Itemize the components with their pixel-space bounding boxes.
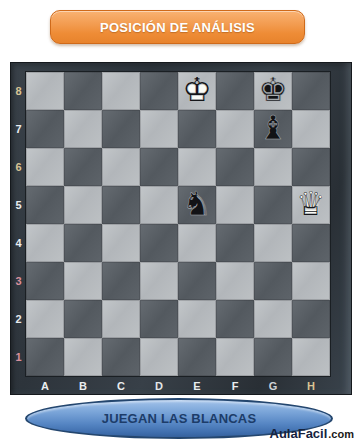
square-d5[interactable] bbox=[140, 186, 178, 224]
square-h3[interactable] bbox=[292, 262, 330, 300]
square-a1[interactable] bbox=[26, 338, 64, 376]
square-a5[interactable] bbox=[26, 186, 64, 224]
file-labels: ABCDEFGH bbox=[26, 376, 330, 396]
analysis-position-banner: POSICIÓN DE ANÁLISIS bbox=[50, 10, 305, 44]
square-e1[interactable] bbox=[178, 338, 216, 376]
square-g6[interactable] bbox=[254, 148, 292, 186]
square-b2[interactable] bbox=[64, 300, 102, 338]
brand-suffix: .com bbox=[328, 428, 354, 440]
square-e2[interactable] bbox=[178, 300, 216, 338]
square-e6[interactable] bbox=[178, 148, 216, 186]
brand-text: AulaFacil bbox=[270, 426, 328, 441]
square-b8[interactable] bbox=[64, 72, 102, 110]
rank-label-7: 7 bbox=[11, 110, 26, 148]
rank-labels: 87654321 bbox=[11, 72, 26, 376]
file-label-f: F bbox=[216, 376, 254, 396]
square-a7[interactable] bbox=[26, 110, 64, 148]
chess-board-frame: 87654321 ♚♔♚♝♞♛♕ ABCDEFGH bbox=[10, 62, 352, 395]
black-bishop: ♝ bbox=[254, 110, 292, 148]
square-d3[interactable] bbox=[140, 262, 178, 300]
square-c8[interactable] bbox=[102, 72, 140, 110]
square-b7[interactable] bbox=[64, 110, 102, 148]
rank-label-8: 8 bbox=[11, 72, 26, 110]
square-f6[interactable] bbox=[216, 148, 254, 186]
file-label-c: C bbox=[102, 376, 140, 396]
square-d2[interactable] bbox=[140, 300, 178, 338]
square-c4[interactable] bbox=[102, 224, 140, 262]
black-knight: ♞ bbox=[178, 186, 216, 224]
analysis-position-label: POSICIÓN DE ANÁLISIS bbox=[100, 20, 255, 35]
square-c3[interactable] bbox=[102, 262, 140, 300]
square-h4[interactable] bbox=[292, 224, 330, 262]
square-c6[interactable] bbox=[102, 148, 140, 186]
square-a8[interactable] bbox=[26, 72, 64, 110]
square-f5[interactable] bbox=[216, 186, 254, 224]
square-d7[interactable] bbox=[140, 110, 178, 148]
rank-label-2: 2 bbox=[11, 300, 26, 338]
file-label-b: B bbox=[64, 376, 102, 396]
square-c2[interactable] bbox=[102, 300, 140, 338]
rank-label-4: 4 bbox=[11, 224, 26, 262]
square-e8[interactable]: ♚♔ bbox=[178, 72, 216, 110]
square-a3[interactable] bbox=[26, 262, 64, 300]
square-e3[interactable] bbox=[178, 262, 216, 300]
square-g3[interactable] bbox=[254, 262, 292, 300]
square-h5[interactable]: ♛♕ bbox=[292, 186, 330, 224]
square-a6[interactable] bbox=[26, 148, 64, 186]
square-b1[interactable] bbox=[64, 338, 102, 376]
square-g4[interactable] bbox=[254, 224, 292, 262]
square-g8[interactable]: ♚ bbox=[254, 72, 292, 110]
square-c5[interactable] bbox=[102, 186, 140, 224]
square-h1[interactable] bbox=[292, 338, 330, 376]
square-c7[interactable] bbox=[102, 110, 140, 148]
square-d4[interactable] bbox=[140, 224, 178, 262]
square-g1[interactable] bbox=[254, 338, 292, 376]
white-queen: ♛♕ bbox=[292, 186, 330, 224]
rank-label-6: 6 bbox=[11, 148, 26, 186]
square-e4[interactable] bbox=[178, 224, 216, 262]
square-g2[interactable] bbox=[254, 300, 292, 338]
square-f1[interactable] bbox=[216, 338, 254, 376]
rank-label-5: 5 bbox=[11, 186, 26, 224]
square-b4[interactable] bbox=[64, 224, 102, 262]
square-f4[interactable] bbox=[216, 224, 254, 262]
square-b6[interactable] bbox=[64, 148, 102, 186]
square-e7[interactable] bbox=[178, 110, 216, 148]
rank-label-1: 1 bbox=[11, 338, 26, 376]
black-king: ♚ bbox=[254, 72, 292, 110]
square-b5[interactable] bbox=[64, 186, 102, 224]
square-c1[interactable] bbox=[102, 338, 140, 376]
square-e5[interactable]: ♞ bbox=[178, 186, 216, 224]
file-label-e: E bbox=[178, 376, 216, 396]
square-h7[interactable] bbox=[292, 110, 330, 148]
square-h6[interactable] bbox=[292, 148, 330, 186]
aulafacil-watermark: AulaFacil .com bbox=[270, 426, 354, 441]
square-g7[interactable]: ♝ bbox=[254, 110, 292, 148]
square-d6[interactable] bbox=[140, 148, 178, 186]
square-f2[interactable] bbox=[216, 300, 254, 338]
square-b3[interactable] bbox=[64, 262, 102, 300]
square-h2[interactable] bbox=[292, 300, 330, 338]
square-f8[interactable] bbox=[216, 72, 254, 110]
square-h8[interactable] bbox=[292, 72, 330, 110]
file-label-d: D bbox=[140, 376, 178, 396]
file-label-h: H bbox=[292, 376, 330, 396]
square-a2[interactable] bbox=[26, 300, 64, 338]
rank-label-3: 3 bbox=[11, 262, 26, 300]
white-king: ♚♔ bbox=[178, 72, 216, 110]
white-to-move-label: JUEGAN LAS BLANCAS bbox=[102, 411, 257, 426]
square-g5[interactable] bbox=[254, 186, 292, 224]
square-d1[interactable] bbox=[140, 338, 178, 376]
file-label-a: A bbox=[26, 376, 64, 396]
square-a4[interactable] bbox=[26, 224, 64, 262]
chess-board: ♚♔♚♝♞♛♕ bbox=[26, 72, 330, 376]
file-label-g: G bbox=[254, 376, 292, 396]
square-f7[interactable] bbox=[216, 110, 254, 148]
square-d8[interactable] bbox=[140, 72, 178, 110]
square-f3[interactable] bbox=[216, 262, 254, 300]
